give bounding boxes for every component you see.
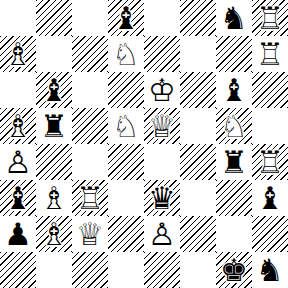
white-bishop-icon: ♗: [0, 36, 36, 72]
square-a3[interactable]: ♝♝: [0, 180, 36, 216]
square-e1[interactable]: [144, 252, 180, 288]
square-b6[interactable]: ♝♝: [36, 72, 72, 108]
square-d1[interactable]: [108, 252, 144, 288]
square-a2[interactable]: ♟♟: [0, 216, 36, 252]
square-g4[interactable]: ♜♜: [216, 144, 252, 180]
square-g1[interactable]: ♚♚: [216, 252, 252, 288]
square-h3[interactable]: ♝♝: [252, 180, 288, 216]
square-f7[interactable]: [180, 36, 216, 72]
white-bishop-icon: ♗: [36, 180, 72, 216]
square-c8[interactable]: [72, 0, 108, 36]
square-d2[interactable]: [108, 216, 144, 252]
square-a7[interactable]: ♝♗: [0, 36, 36, 72]
square-b2[interactable]: ♝♗: [36, 216, 72, 252]
white-knight-icon: ♘: [108, 36, 144, 72]
square-d4[interactable]: [108, 144, 144, 180]
square-d3[interactable]: [108, 180, 144, 216]
black-king-icon: ♚: [216, 252, 252, 288]
white-bishop-icon: ♗: [0, 108, 36, 144]
square-a6[interactable]: [0, 72, 36, 108]
white-pawn-icon: ♙: [0, 144, 36, 180]
square-b3[interactable]: ♝♗: [36, 180, 72, 216]
square-e6[interactable]: ♚♔: [144, 72, 180, 108]
square-g6[interactable]: ♝♝: [216, 72, 252, 108]
square-h2[interactable]: [252, 216, 288, 252]
square-g8[interactable]: ♞♞: [216, 0, 252, 36]
black-knight-icon: ♞: [216, 0, 252, 36]
black-knight-icon: ♞: [252, 252, 288, 288]
black-bishop-icon: ♝: [108, 0, 144, 36]
square-a8[interactable]: [0, 0, 36, 36]
square-e5[interactable]: ♛♕: [144, 108, 180, 144]
square-e4[interactable]: [144, 144, 180, 180]
black-bishop-icon: ♝: [0, 180, 36, 216]
white-knight-icon: ♘: [216, 108, 252, 144]
square-d5[interactable]: ♞♘: [108, 108, 144, 144]
square-f2[interactable]: [180, 216, 216, 252]
square-c3[interactable]: ♜♖: [72, 180, 108, 216]
white-rook-icon: ♖: [252, 0, 288, 36]
white-bishop-icon: ♗: [36, 216, 72, 252]
square-g3[interactable]: [216, 180, 252, 216]
square-f5[interactable]: [180, 108, 216, 144]
white-rook-icon: ♖: [72, 180, 108, 216]
square-d7[interactable]: ♞♘: [108, 36, 144, 72]
square-a1[interactable]: [0, 252, 36, 288]
white-pawn-icon: ♙: [144, 216, 180, 252]
square-g7[interactable]: [216, 36, 252, 72]
square-f6[interactable]: [180, 72, 216, 108]
square-h8[interactable]: ♜♖: [252, 0, 288, 36]
square-f3[interactable]: [180, 180, 216, 216]
black-bishop-icon: ♝: [252, 180, 288, 216]
square-h4[interactable]: ♜♖: [252, 144, 288, 180]
square-a4[interactable]: ♟♙: [0, 144, 36, 180]
square-b1[interactable]: [36, 252, 72, 288]
chessboard: ♝♝♞♞♜♖♝♗♞♘♜♖♝♝♚♔♝♝♝♗♜♜♞♘♛♕♞♘♟♙♜♜♜♖♝♝♝♗♜♖…: [0, 0, 288, 288]
chess-diagram: ♝♝♞♞♜♖♝♗♞♘♜♖♝♝♚♔♝♝♝♗♜♜♞♘♛♕♞♘♟♙♜♜♜♖♝♝♝♗♜♖…: [0, 0, 288, 288]
square-a5[interactable]: ♝♗: [0, 108, 36, 144]
black-queen-icon: ♛: [144, 180, 180, 216]
square-e8[interactable]: [144, 0, 180, 36]
white-rook-icon: ♖: [252, 144, 288, 180]
square-g2[interactable]: [216, 216, 252, 252]
white-queen-icon: ♕: [72, 216, 108, 252]
square-f8[interactable]: [180, 0, 216, 36]
black-pawn-icon: ♟: [0, 216, 36, 252]
square-g5[interactable]: ♞♘: [216, 108, 252, 144]
square-b8[interactable]: [36, 0, 72, 36]
square-c5[interactable]: [72, 108, 108, 144]
square-c1[interactable]: [72, 252, 108, 288]
square-d8[interactable]: ♝♝: [108, 0, 144, 36]
square-b7[interactable]: [36, 36, 72, 72]
square-c4[interactable]: [72, 144, 108, 180]
square-e3[interactable]: ♛♛: [144, 180, 180, 216]
square-f4[interactable]: [180, 144, 216, 180]
square-b5[interactable]: ♜♜: [36, 108, 72, 144]
white-queen-icon: ♕: [144, 108, 180, 144]
white-king-icon: ♔: [144, 72, 180, 108]
square-c2[interactable]: ♛♕: [72, 216, 108, 252]
square-f1[interactable]: [180, 252, 216, 288]
square-h7[interactable]: ♜♖: [252, 36, 288, 72]
white-rook-icon: ♖: [252, 36, 288, 72]
square-b4[interactable]: [36, 144, 72, 180]
white-knight-icon: ♘: [108, 108, 144, 144]
black-bishop-icon: ♝: [216, 72, 252, 108]
square-c7[interactable]: [72, 36, 108, 72]
black-bishop-icon: ♝: [36, 72, 72, 108]
black-rook-icon: ♜: [216, 144, 252, 180]
square-c6[interactable]: [72, 72, 108, 108]
square-h5[interactable]: [252, 108, 288, 144]
square-h6[interactable]: [252, 72, 288, 108]
black-rook-icon: ♜: [36, 108, 72, 144]
square-d6[interactable]: [108, 72, 144, 108]
square-h1[interactable]: ♞♞: [252, 252, 288, 288]
square-e2[interactable]: ♟♙: [144, 216, 180, 252]
square-e7[interactable]: [144, 36, 180, 72]
